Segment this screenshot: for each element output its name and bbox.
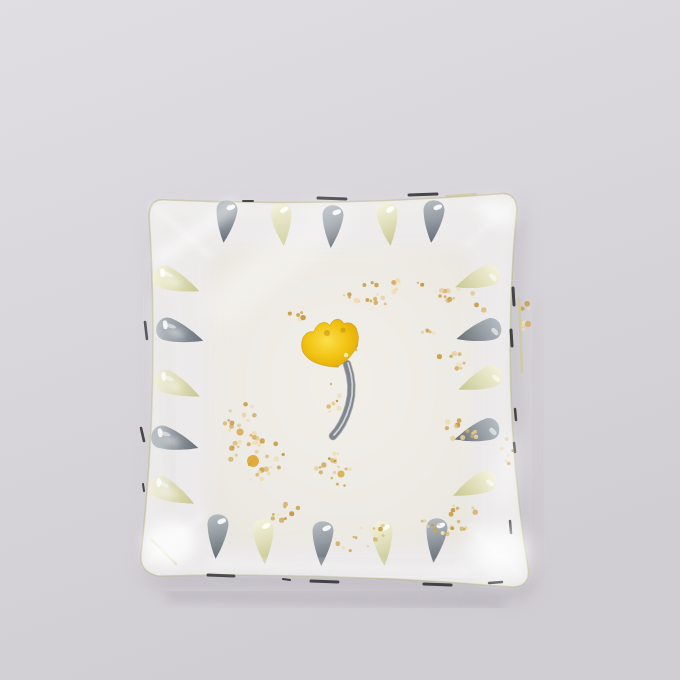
frit-dot [250, 405, 254, 409]
frit-accent-blob [338, 471, 345, 478]
frit-dot [445, 426, 449, 430]
frit-dot [460, 435, 465, 440]
frit-dot [417, 282, 420, 285]
rim-black-dash [511, 330, 512, 346]
frit-dot [255, 450, 259, 454]
frit-dot [279, 518, 284, 523]
frit-dot [470, 291, 475, 296]
frit-dot [521, 324, 524, 327]
frit-dot [252, 435, 257, 440]
frit-dot [451, 508, 455, 512]
frit-dot [457, 362, 462, 367]
frit-dot [271, 516, 275, 520]
frit-dot [260, 438, 265, 443]
frit-dot [274, 456, 279, 461]
rim-black-dash [409, 194, 437, 195]
frit-dot [457, 520, 461, 524]
frit-dot [373, 300, 378, 305]
frit-dot [371, 281, 374, 284]
frit-dot [367, 545, 369, 547]
frit-dot [441, 531, 445, 535]
frit-dot [336, 400, 339, 403]
frit-dot [337, 466, 340, 469]
frit-accent-blob [247, 455, 259, 467]
frit-dot [348, 296, 351, 299]
frit-dot [473, 509, 478, 514]
frit-dot [439, 288, 444, 293]
frit-dot [454, 424, 458, 428]
frit-dot [457, 418, 462, 423]
soft-shadow [536, 300, 540, 560]
frit-dot [253, 440, 258, 445]
petal-spot [324, 330, 330, 336]
frit-dot [335, 541, 340, 546]
petal-sparkle [344, 353, 348, 357]
frit-dot [229, 409, 232, 412]
frit-dot [452, 351, 457, 356]
frit-dot [228, 457, 233, 462]
frit-dot [321, 462, 326, 467]
frit-dot [438, 294, 442, 298]
frit-dot [384, 303, 387, 306]
frit-dot [252, 413, 257, 418]
frit-dot [229, 445, 234, 450]
frit-dot [437, 354, 442, 359]
frit-dot [449, 512, 454, 517]
frit-dot [354, 298, 359, 303]
glass-dish-photo [0, 0, 680, 680]
frit-dot [456, 506, 460, 510]
frit-dot [373, 537, 377, 541]
frit-dot [332, 451, 336, 455]
frit-dot [330, 383, 333, 386]
frit-dot [237, 424, 241, 428]
frit-dot [328, 457, 331, 460]
frit-dot [336, 405, 341, 410]
frit-dot [362, 283, 366, 287]
frit-dot [270, 466, 273, 469]
rim-black-dash [143, 484, 144, 491]
frit-dot [264, 467, 269, 472]
frit-dot [247, 419, 250, 422]
frit-dot [373, 527, 375, 529]
frit-dot [421, 520, 424, 523]
rim-black-dash [208, 575, 234, 576]
frit-dot [378, 527, 383, 532]
frit-dot [522, 328, 526, 332]
frit-dot [524, 301, 529, 306]
frit-dot [314, 466, 319, 471]
frit-dot [527, 307, 530, 310]
frit-dot [334, 460, 337, 463]
frit-dot [376, 293, 379, 296]
frit-dot [345, 467, 348, 470]
frit-dot [343, 484, 346, 487]
frit-dot [426, 525, 429, 528]
frit-dot [233, 441, 238, 446]
frit-dot [394, 287, 398, 291]
frit-dot [365, 298, 369, 302]
frit-dot [237, 445, 240, 448]
frit-dot [228, 429, 231, 432]
frit-dot [277, 513, 279, 515]
rim-black-dash [515, 409, 516, 420]
frit-dot [282, 453, 285, 456]
frit-dot [459, 366, 462, 369]
frit-dot [342, 546, 346, 550]
frit-accent-blob [237, 429, 244, 436]
frit-dot [249, 479, 251, 481]
frit-dot [420, 283, 424, 287]
frit-dot [444, 295, 447, 298]
frit-dot [452, 505, 455, 508]
frit-dot [445, 532, 450, 537]
frit-dot [343, 294, 345, 296]
frit-dot [289, 511, 294, 516]
frit-dot [360, 526, 363, 529]
frit-dot [474, 302, 479, 307]
frit-dot [450, 436, 455, 441]
frit-dot [300, 315, 305, 320]
frit-dot [445, 419, 450, 424]
frit-dot [337, 453, 340, 456]
frit-dot [374, 283, 379, 288]
frit-dot [247, 442, 251, 446]
frit-dot [458, 352, 462, 356]
frit-accent-blob [525, 321, 531, 327]
frit-dot [284, 517, 287, 520]
frit-dot [520, 307, 524, 311]
frit-dot [433, 528, 438, 533]
frit-dot [273, 441, 278, 446]
frit-dot [331, 402, 335, 406]
frit-dot [259, 477, 264, 482]
frit-dot [382, 534, 385, 537]
frit-dot [380, 295, 385, 300]
frit-dot [370, 300, 373, 303]
frit-dot [296, 506, 301, 511]
photo-stage [0, 0, 680, 680]
frit-dot [465, 429, 469, 433]
frit-dot [456, 287, 460, 291]
frit-dot [426, 329, 430, 333]
frit-dot [258, 443, 262, 447]
frit-dot [243, 402, 248, 407]
frit-dot [272, 513, 275, 516]
frit-dot [333, 471, 336, 474]
frit-dot [432, 331, 435, 334]
frit-dot [229, 421, 234, 426]
rim-black-dash [513, 288, 514, 305]
frit-dot [326, 404, 331, 409]
frit-dot [395, 278, 400, 283]
frit-dot [265, 455, 269, 459]
frit-dot [349, 549, 352, 552]
frit-dot [374, 298, 376, 300]
frit-dot [336, 483, 339, 486]
frit-dot [288, 311, 292, 315]
frit-dot [381, 524, 385, 528]
frit-dot [238, 440, 242, 444]
frit-dot [328, 410, 331, 413]
frit-dot [227, 419, 230, 422]
frit-dot [448, 297, 452, 301]
frit-dot [319, 470, 323, 474]
frit-dot [471, 506, 474, 509]
frit-dot [452, 297, 454, 299]
frit-dot [277, 466, 281, 470]
frit-dot [431, 524, 434, 527]
frit-dot [481, 307, 486, 312]
rim-black-dash [424, 584, 451, 585]
rim-black-dash [283, 579, 290, 580]
frit-dot [267, 472, 271, 476]
frit-dot [235, 454, 238, 457]
frit-dot [462, 361, 465, 364]
frit-dot [421, 331, 424, 334]
frit-dot [223, 421, 227, 425]
frit-dot [353, 536, 356, 539]
frit-dot [242, 413, 247, 418]
frit-dot [283, 502, 288, 507]
rim-black-dash [489, 582, 502, 583]
frit-dot [330, 477, 333, 480]
rim-black-dash [311, 581, 338, 582]
petal-spot [340, 327, 345, 332]
frit-dot [348, 467, 352, 471]
frit-dot [437, 523, 440, 526]
frit-dot [470, 434, 474, 438]
frit-dot [319, 466, 322, 469]
frit-dot [300, 311, 303, 314]
frit-dot [255, 473, 259, 477]
frit-dot [460, 526, 465, 531]
glass-glare [470, 526, 530, 578]
frit-dot [337, 393, 342, 398]
frit-dot [450, 527, 454, 531]
